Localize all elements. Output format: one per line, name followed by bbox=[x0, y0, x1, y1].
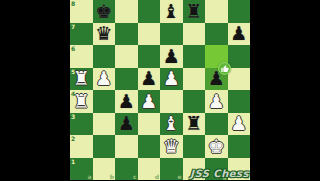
piece-white-queen-e2[interactable]: ♛ bbox=[160, 135, 183, 158]
square-h3[interactable]: ♟ bbox=[228, 113, 251, 136]
piece-white-king-g2[interactable]: ♚ bbox=[205, 135, 228, 158]
piece-black-pawn-e6[interactable]: ♟ bbox=[160, 45, 183, 68]
piece-black-rook-f3[interactable]: ♜ bbox=[183, 113, 206, 136]
square-a8[interactable]: 8 bbox=[70, 0, 93, 23]
watermark: JSS Chess bbox=[190, 168, 249, 179]
square-c8[interactable] bbox=[115, 0, 138, 23]
square-e2[interactable]: ♛ bbox=[160, 135, 183, 158]
square-b4[interactable] bbox=[93, 90, 116, 113]
square-b3[interactable] bbox=[93, 113, 116, 136]
square-a3[interactable]: 3 bbox=[70, 113, 93, 136]
square-f2[interactable] bbox=[183, 135, 206, 158]
rank-label-7: 7 bbox=[71, 23, 75, 30]
square-d4[interactable]: ♟ bbox=[138, 90, 161, 113]
piece-black-pawn-h7[interactable]: ♟ bbox=[228, 23, 251, 46]
piece-black-rook-f8[interactable]: ♜ bbox=[183, 0, 206, 23]
piece-black-queen-b7[interactable]: ♛ bbox=[93, 23, 116, 46]
square-h5[interactable] bbox=[228, 68, 251, 91]
square-d2[interactable] bbox=[138, 135, 161, 158]
square-h6[interactable] bbox=[228, 45, 251, 68]
piece-white-pawn-d4[interactable]: ♟ bbox=[138, 90, 161, 113]
square-d5[interactable]: ♟ bbox=[138, 68, 161, 91]
piece-white-pawn-h3[interactable]: ♟ bbox=[228, 113, 251, 136]
square-g3[interactable] bbox=[205, 113, 228, 136]
rank-label-8: 8 bbox=[71, 0, 75, 7]
square-g4[interactable]: ♟ bbox=[205, 90, 228, 113]
square-f5[interactable] bbox=[183, 68, 206, 91]
piece-white-pawn-b5[interactable]: ♟ bbox=[93, 68, 116, 91]
piece-white-pawn-g4[interactable]: ♟ bbox=[205, 90, 228, 113]
square-b8[interactable]: ♚ bbox=[93, 0, 116, 23]
square-d6[interactable] bbox=[138, 45, 161, 68]
square-c4[interactable]: ♟ bbox=[115, 90, 138, 113]
square-b6[interactable] bbox=[93, 45, 116, 68]
square-a2[interactable]: 2 bbox=[70, 135, 93, 158]
thumbs-up-icon bbox=[221, 65, 229, 73]
letterbox-left bbox=[0, 0, 70, 180]
square-e4[interactable] bbox=[160, 90, 183, 113]
piece-black-pawn-c4[interactable]: ♟ bbox=[115, 90, 138, 113]
square-a5[interactable]: 5♜ bbox=[70, 68, 93, 91]
square-h7[interactable]: ♟ bbox=[228, 23, 251, 46]
square-a1[interactable]: 1a bbox=[70, 158, 93, 181]
square-e7[interactable] bbox=[160, 23, 183, 46]
square-d8[interactable] bbox=[138, 0, 161, 23]
square-f3[interactable]: ♜ bbox=[183, 113, 206, 136]
rank-label-1: 1 bbox=[71, 158, 75, 165]
good-move-badge bbox=[218, 62, 231, 75]
piece-black-pawn-d5[interactable]: ♟ bbox=[138, 68, 161, 91]
square-b2[interactable] bbox=[93, 135, 116, 158]
piece-white-rook-a5[interactable]: ♜ bbox=[70, 68, 93, 91]
square-e8[interactable]: ♝ bbox=[160, 0, 183, 23]
square-f6[interactable] bbox=[183, 45, 206, 68]
square-e5[interactable]: ♟ bbox=[160, 68, 183, 91]
square-a4[interactable]: 4♜ bbox=[70, 90, 93, 113]
square-c6[interactable] bbox=[115, 45, 138, 68]
square-g7[interactable] bbox=[205, 23, 228, 46]
square-f4[interactable] bbox=[183, 90, 206, 113]
square-d7[interactable] bbox=[138, 23, 161, 46]
square-c3[interactable]: ♟ bbox=[115, 113, 138, 136]
video-frame: 8♚♝♜7♛♟6♟5♜♟♟♟♟4♜♟♟♟3♟♝♜♟2♛♚1abcdefgh JS… bbox=[0, 0, 320, 180]
square-a7[interactable]: 7 bbox=[70, 23, 93, 46]
rank-label-6: 6 bbox=[71, 45, 75, 52]
square-c7[interactable] bbox=[115, 23, 138, 46]
letterbox-right bbox=[250, 0, 320, 180]
square-a6[interactable]: 6 bbox=[70, 45, 93, 68]
square-e6[interactable]: ♟ bbox=[160, 45, 183, 68]
piece-black-pawn-c3[interactable]: ♟ bbox=[115, 113, 138, 136]
square-f7[interactable] bbox=[183, 23, 206, 46]
square-e1[interactable]: e bbox=[160, 158, 183, 181]
square-b5[interactable]: ♟ bbox=[93, 68, 116, 91]
square-b1[interactable]: b bbox=[93, 158, 116, 181]
rank-label-2: 2 bbox=[71, 135, 75, 142]
square-b7[interactable]: ♛ bbox=[93, 23, 116, 46]
square-h2[interactable] bbox=[228, 135, 251, 158]
square-h4[interactable] bbox=[228, 90, 251, 113]
piece-black-king-b8[interactable]: ♚ bbox=[93, 0, 116, 23]
square-d3[interactable] bbox=[138, 113, 161, 136]
file-label-c: c bbox=[133, 173, 137, 180]
square-c2[interactable] bbox=[115, 135, 138, 158]
piece-white-rook-a4[interactable]: ♜ bbox=[70, 90, 93, 113]
file-label-b: b bbox=[110, 173, 114, 180]
square-g2[interactable]: ♚ bbox=[205, 135, 228, 158]
square-c1[interactable]: c bbox=[115, 158, 138, 181]
piece-black-bishop-e8[interactable]: ♝ bbox=[160, 0, 183, 23]
square-f8[interactable]: ♜ bbox=[183, 0, 206, 23]
square-e3[interactable]: ♝ bbox=[160, 113, 183, 136]
square-h8[interactable] bbox=[228, 0, 251, 23]
chess-board[interactable]: 8♚♝♜7♛♟6♟5♜♟♟♟♟4♜♟♟♟3♟♝♜♟2♛♚1abcdefgh bbox=[70, 0, 250, 180]
piece-white-pawn-e5[interactable]: ♟ bbox=[160, 68, 183, 91]
piece-white-bishop-e3[interactable]: ♝ bbox=[160, 113, 183, 136]
file-label-a: a bbox=[87, 173, 91, 180]
square-c5[interactable] bbox=[115, 68, 138, 91]
square-g8[interactable] bbox=[205, 0, 228, 23]
file-label-d: d bbox=[155, 173, 159, 180]
rank-label-3: 3 bbox=[71, 113, 75, 120]
square-d1[interactable]: d bbox=[138, 158, 161, 181]
file-label-e: e bbox=[177, 173, 181, 180]
